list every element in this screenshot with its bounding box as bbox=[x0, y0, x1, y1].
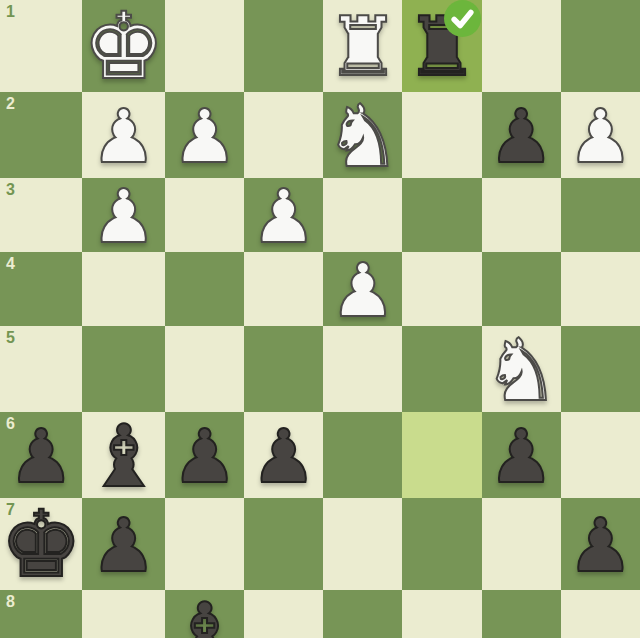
square-f7[interactable] bbox=[165, 498, 244, 590]
square-d6[interactable] bbox=[323, 412, 402, 498]
square-g5[interactable] bbox=[82, 326, 164, 412]
piece-black-pawn[interactable]: ♟ bbox=[171, 419, 237, 493]
check-icon bbox=[444, 0, 481, 37]
square-f4[interactable] bbox=[165, 252, 244, 326]
square-h3[interactable]: 3 bbox=[0, 178, 82, 252]
square-f6[interactable]: ♟ bbox=[165, 412, 244, 498]
square-b3[interactable] bbox=[482, 178, 561, 252]
square-h5[interactable]: 5 bbox=[0, 326, 82, 412]
square-g7[interactable]: ♟ bbox=[82, 498, 164, 590]
square-e1[interactable] bbox=[244, 0, 323, 92]
square-h7[interactable]: 7♚ bbox=[0, 498, 82, 590]
square-a5[interactable] bbox=[561, 326, 640, 412]
square-f1[interactable] bbox=[165, 0, 244, 92]
square-h4[interactable]: 4 bbox=[0, 252, 82, 326]
rank-label-3: 3 bbox=[6, 182, 15, 198]
piece-white-pawn[interactable]: ♟ bbox=[91, 179, 157, 253]
square-g4[interactable] bbox=[82, 252, 164, 326]
piece-white-pawn[interactable]: ♟ bbox=[330, 253, 396, 327]
square-d3[interactable] bbox=[323, 178, 402, 252]
piece-black-bishop[interactable]: ♝ bbox=[166, 591, 243, 638]
square-c5[interactable] bbox=[402, 326, 481, 412]
rank-label-1: 1 bbox=[6, 4, 15, 20]
square-c8[interactable]: c bbox=[402, 590, 481, 638]
square-c2[interactable] bbox=[402, 92, 481, 178]
square-a1[interactable] bbox=[561, 0, 640, 92]
square-e8[interactable]: e bbox=[244, 590, 323, 638]
square-b2[interactable]: ♟ bbox=[482, 92, 561, 178]
square-e5[interactable] bbox=[244, 326, 323, 412]
square-b6[interactable]: ♟ bbox=[482, 412, 561, 498]
square-f5[interactable] bbox=[165, 326, 244, 412]
rank-label-8: 8 bbox=[6, 594, 15, 610]
rank-label-2: 2 bbox=[6, 96, 15, 112]
square-e3[interactable]: ♟ bbox=[244, 178, 323, 252]
square-b1[interactable] bbox=[482, 0, 561, 92]
square-a7[interactable]: ♟ bbox=[561, 498, 640, 590]
square-e4[interactable] bbox=[244, 252, 323, 326]
piece-white-pawn[interactable]: ♟ bbox=[91, 99, 157, 173]
piece-black-pawn[interactable]: ♟ bbox=[251, 419, 317, 493]
square-h6[interactable]: 6♟ bbox=[0, 412, 82, 498]
square-e2[interactable] bbox=[244, 92, 323, 178]
piece-white-knight[interactable]: ♞ bbox=[483, 327, 560, 413]
piece-black-bishop[interactable]: ♝ bbox=[85, 413, 162, 499]
piece-black-pawn[interactable]: ♟ bbox=[488, 99, 554, 173]
square-f3[interactable] bbox=[165, 178, 244, 252]
square-d4[interactable]: ♟ bbox=[323, 252, 402, 326]
square-a8[interactable]: a bbox=[561, 590, 640, 638]
piece-white-rook[interactable]: ♜ bbox=[326, 6, 400, 88]
rank-label-5: 5 bbox=[6, 330, 15, 346]
square-e6[interactable]: ♟ bbox=[244, 412, 323, 498]
square-c4[interactable] bbox=[402, 252, 481, 326]
square-d1[interactable]: ♜ bbox=[323, 0, 402, 92]
square-d7[interactable] bbox=[323, 498, 402, 590]
piece-white-knight[interactable]: ♞ bbox=[324, 93, 401, 179]
square-a2[interactable]: ♟ bbox=[561, 92, 640, 178]
piece-black-king[interactable]: ♚ bbox=[0, 499, 82, 591]
piece-white-king[interactable]: ♚ bbox=[82, 1, 164, 93]
correct-move-badge bbox=[444, 0, 481, 37]
square-g1[interactable]: ♚ bbox=[82, 0, 164, 92]
square-h2[interactable]: 2 bbox=[0, 92, 82, 178]
square-b5[interactable]: ♞ bbox=[482, 326, 561, 412]
chess-board: 1♚♜♜2♟♟♞♟♟3♟♟4♟5♞6♟♝♟♟♟7♚♟♟8hgf♝edcba bbox=[0, 0, 640, 638]
square-h1[interactable]: 1 bbox=[0, 0, 82, 92]
square-a4[interactable] bbox=[561, 252, 640, 326]
square-d5[interactable] bbox=[323, 326, 402, 412]
square-c3[interactable] bbox=[402, 178, 481, 252]
square-d8[interactable]: d bbox=[323, 590, 402, 638]
piece-black-pawn[interactable]: ♟ bbox=[488, 419, 554, 493]
square-f2[interactable]: ♟ bbox=[165, 92, 244, 178]
square-e7[interactable] bbox=[244, 498, 323, 590]
rank-label-4: 4 bbox=[6, 256, 15, 272]
square-b4[interactable] bbox=[482, 252, 561, 326]
square-b8[interactable]: b bbox=[482, 590, 561, 638]
piece-white-pawn[interactable]: ♟ bbox=[567, 99, 633, 173]
square-f8[interactable]: f♝ bbox=[165, 590, 244, 638]
square-b7[interactable] bbox=[482, 498, 561, 590]
square-g3[interactable]: ♟ bbox=[82, 178, 164, 252]
piece-black-pawn[interactable]: ♟ bbox=[91, 508, 157, 582]
square-g2[interactable]: ♟ bbox=[82, 92, 164, 178]
piece-black-pawn[interactable]: ♟ bbox=[567, 508, 633, 582]
piece-black-pawn[interactable]: ♟ bbox=[8, 419, 74, 493]
square-c1[interactable]: ♜ bbox=[402, 0, 481, 92]
square-a6[interactable] bbox=[561, 412, 640, 498]
square-c6[interactable] bbox=[402, 412, 481, 498]
square-h8[interactable]: 8h bbox=[0, 590, 82, 638]
square-c7[interactable] bbox=[402, 498, 481, 590]
square-g6[interactable]: ♝ bbox=[82, 412, 164, 498]
square-d2[interactable]: ♞ bbox=[323, 92, 402, 178]
piece-white-pawn[interactable]: ♟ bbox=[171, 99, 237, 173]
square-a3[interactable] bbox=[561, 178, 640, 252]
square-g8[interactable]: g bbox=[82, 590, 164, 638]
piece-white-pawn[interactable]: ♟ bbox=[251, 179, 317, 253]
